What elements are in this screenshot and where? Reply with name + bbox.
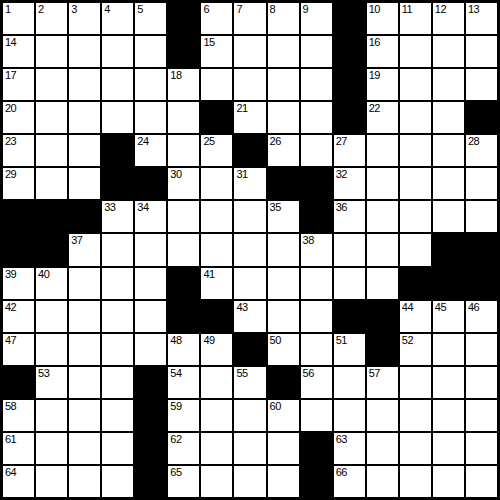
block-cell-r9-c13 xyxy=(400,268,431,299)
clue-number: 55 xyxy=(236,368,247,379)
cell-r9-c2[interactable]: 40 xyxy=(36,268,67,299)
cell-r3-c10[interactable] xyxy=(301,69,332,100)
clue-number: 10 xyxy=(369,4,380,15)
cell-r1-c12[interactable]: 10 xyxy=(367,3,398,34)
cell-r5-c12[interactable] xyxy=(367,135,398,166)
cell-r7-c5[interactable]: 34 xyxy=(135,201,166,232)
clue-number: 38 xyxy=(303,235,314,246)
clue-number: 39 xyxy=(5,269,16,280)
cell-r11-c2[interactable] xyxy=(36,334,67,365)
cell-r4-c5[interactable] xyxy=(135,102,166,133)
clue-number: 17 xyxy=(5,70,16,81)
block-cell-r12-c1 xyxy=(3,367,34,398)
clue-number: 58 xyxy=(5,401,16,412)
cell-r1-c9[interactable]: 8 xyxy=(268,3,299,34)
clue-number: 36 xyxy=(336,202,347,213)
clue-number: 24 xyxy=(137,136,148,147)
block-cell-r8-c1 xyxy=(3,234,34,265)
cell-r3-c9[interactable] xyxy=(268,69,299,100)
clue-number: 37 xyxy=(71,235,82,246)
block-cell-r11-c12 xyxy=(367,334,398,365)
block-cell-r7-c10 xyxy=(301,201,332,232)
clue-number: 63 xyxy=(336,434,347,445)
cell-r4-c2[interactable] xyxy=(36,102,67,133)
clue-number: 20 xyxy=(5,103,16,114)
clue-number: 15 xyxy=(203,37,214,48)
cell-r1-c2[interactable]: 2 xyxy=(36,3,67,34)
clue-number: 3 xyxy=(71,4,77,15)
clue-number: 21 xyxy=(236,103,247,114)
cell-r13-c8[interactable] xyxy=(234,400,265,431)
block-cell-r5-c8 xyxy=(234,135,265,166)
cell-r12-c10[interactable]: 56 xyxy=(301,367,332,398)
cell-r1-c10[interactable]: 9 xyxy=(301,3,332,34)
cell-r8-c5[interactable] xyxy=(135,234,166,265)
cell-r3-c12[interactable]: 19 xyxy=(367,69,398,100)
clue-number: 56 xyxy=(303,368,314,379)
clue-number: 48 xyxy=(170,335,181,346)
cell-r15-c13[interactable] xyxy=(400,466,431,497)
cell-r1-c13[interactable]: 11 xyxy=(400,3,431,34)
clue-number: 19 xyxy=(369,70,380,81)
clue-number: 65 xyxy=(170,467,181,478)
clue-number: 49 xyxy=(203,335,214,346)
cell-r7-c12[interactable] xyxy=(367,201,398,232)
cell-r7-c7[interactable] xyxy=(201,201,232,232)
cell-r15-c9[interactable] xyxy=(268,466,299,497)
block-cell-r4-c7 xyxy=(201,102,232,133)
cell-r2-c1[interactable]: 14 xyxy=(3,36,34,67)
cell-r4-c4[interactable] xyxy=(102,102,133,133)
cell-r10-c8[interactable]: 43 xyxy=(234,301,265,332)
clue-number: 41 xyxy=(203,269,214,280)
cell-r5-c9[interactable]: 26 xyxy=(268,135,299,166)
cell-r8-c7[interactable] xyxy=(201,234,232,265)
cell-r15-c2[interactable] xyxy=(36,466,67,497)
block-cell-r1-c11 xyxy=(334,3,365,34)
clue-number: 14 xyxy=(5,37,16,48)
clue-number: 25 xyxy=(203,136,214,147)
cell-r6-c13[interactable] xyxy=(400,168,431,199)
cell-r9-c12[interactable] xyxy=(367,268,398,299)
cell-r12-c11[interactable] xyxy=(334,367,365,398)
cell-r12-c8[interactable]: 55 xyxy=(234,367,265,398)
cell-r1-c8[interactable]: 7 xyxy=(234,3,265,34)
cell-r15-c3[interactable] xyxy=(69,466,100,497)
cell-r1-c7[interactable]: 6 xyxy=(201,3,232,34)
block-cell-r6-c9 xyxy=(268,168,299,199)
cell-r5-c5[interactable]: 24 xyxy=(135,135,166,166)
cell-r1-c4[interactable]: 4 xyxy=(102,3,133,34)
clue-number: 64 xyxy=(5,467,16,478)
cell-r4-c8[interactable]: 21 xyxy=(234,102,265,133)
cell-r3-c5[interactable] xyxy=(135,69,166,100)
clue-number: 29 xyxy=(5,169,16,180)
block-cell-r4-c15 xyxy=(466,102,497,133)
block-cell-r11-c8 xyxy=(234,334,265,365)
cell-r12-c14[interactable] xyxy=(433,367,464,398)
block-cell-r9-c15 xyxy=(466,268,497,299)
clue-number: 30 xyxy=(170,169,181,180)
cell-r8-c11[interactable] xyxy=(334,234,365,265)
cell-r11-c10[interactable] xyxy=(301,334,332,365)
cell-r13-c3[interactable] xyxy=(69,400,100,431)
clue-number: 26 xyxy=(270,136,281,147)
cell-r14-c9[interactable] xyxy=(268,433,299,464)
clue-number: 2 xyxy=(38,4,44,15)
cell-r1-c5[interactable]: 5 xyxy=(135,3,166,34)
cell-r11-c6[interactable]: 48 xyxy=(168,334,199,365)
cell-r2-c9[interactable] xyxy=(268,36,299,67)
cell-r3-c3[interactable] xyxy=(69,69,100,100)
cell-r11-c11[interactable]: 51 xyxy=(334,334,365,365)
cell-r6-c1[interactable]: 29 xyxy=(3,168,34,199)
cell-r11-c7[interactable]: 49 xyxy=(201,334,232,365)
cell-r12-c7[interactable] xyxy=(201,367,232,398)
cell-r9-c9[interactable] xyxy=(268,268,299,299)
cell-r10-c4[interactable] xyxy=(102,301,133,332)
clue-number: 9 xyxy=(303,4,309,15)
cell-r15-c1[interactable]: 64 xyxy=(3,466,34,497)
clue-number: 51 xyxy=(336,335,347,346)
cell-r14-c4[interactable] xyxy=(102,433,133,464)
cell-r10-c1[interactable]: 42 xyxy=(3,301,34,332)
cell-r12-c12[interactable]: 57 xyxy=(367,367,398,398)
cell-r15-c14[interactable] xyxy=(433,466,464,497)
block-cell-r6-c5 xyxy=(135,168,166,199)
cell-r13-c11[interactable] xyxy=(334,400,365,431)
cell-r14-c6[interactable]: 62 xyxy=(168,433,199,464)
block-cell-r12-c9 xyxy=(268,367,299,398)
cell-r6-c12[interactable] xyxy=(367,168,398,199)
clue-number: 53 xyxy=(38,368,49,379)
block-cell-r14-c10 xyxy=(301,433,332,464)
cell-r5-c2[interactable] xyxy=(36,135,67,166)
block-cell-r9-c6 xyxy=(168,268,199,299)
clue-number: 33 xyxy=(104,202,115,213)
cell-r4-c9[interactable] xyxy=(268,102,299,133)
cell-r4-c12[interactable]: 22 xyxy=(367,102,398,133)
cell-r4-c14[interactable] xyxy=(433,102,464,133)
clue-number: 5 xyxy=(137,4,143,15)
cell-r8-c12[interactable] xyxy=(367,234,398,265)
cell-r10-c10[interactable] xyxy=(301,301,332,332)
cell-r8-c13[interactable] xyxy=(400,234,431,265)
clue-number: 28 xyxy=(468,136,479,147)
block-cell-r10-c7 xyxy=(201,301,232,332)
cell-r2-c4[interactable] xyxy=(102,36,133,67)
cell-r14-c2[interactable] xyxy=(36,433,67,464)
cell-r2-c13[interactable] xyxy=(400,36,431,67)
clue-number: 6 xyxy=(203,4,209,15)
cell-r13-c1[interactable]: 58 xyxy=(3,400,34,431)
clue-number: 27 xyxy=(336,136,347,147)
cell-r9-c1[interactable]: 39 xyxy=(3,268,34,299)
cell-r8-c9[interactable] xyxy=(268,234,299,265)
cell-r12-c15[interactable] xyxy=(466,367,497,398)
clue-number: 50 xyxy=(270,335,281,346)
clue-number: 13 xyxy=(468,4,479,15)
cell-r14-c15[interactable] xyxy=(466,433,497,464)
clue-number: 31 xyxy=(236,169,247,180)
cell-r14-c13[interactable] xyxy=(400,433,431,464)
cell-r13-c13[interactable] xyxy=(400,400,431,431)
block-cell-r8-c2 xyxy=(36,234,67,265)
clue-number: 47 xyxy=(5,335,16,346)
cell-r14-c14[interactable] xyxy=(433,433,464,464)
cell-r3-c4[interactable] xyxy=(102,69,133,100)
block-cell-r15-c5 xyxy=(135,466,166,497)
clue-number: 22 xyxy=(369,103,380,114)
cell-r2-c5[interactable] xyxy=(135,36,166,67)
cell-r13-c4[interactable] xyxy=(102,400,133,431)
cell-r9-c8[interactable] xyxy=(234,268,265,299)
cell-r7-c4[interactable]: 33 xyxy=(102,201,133,232)
block-cell-r3-c11 xyxy=(334,69,365,100)
clue-number: 62 xyxy=(170,434,181,445)
cell-r10-c2[interactable] xyxy=(36,301,67,332)
block-cell-r7-c2 xyxy=(36,201,67,232)
clue-number: 40 xyxy=(38,269,49,280)
cell-r5-c7[interactable]: 25 xyxy=(201,135,232,166)
cell-r9-c5[interactable] xyxy=(135,268,166,299)
cell-r4-c10[interactable] xyxy=(301,102,332,133)
cell-r11-c5[interactable] xyxy=(135,334,166,365)
cell-r2-c2[interactable] xyxy=(36,36,67,67)
cell-r4-c6[interactable] xyxy=(168,102,199,133)
cell-r6-c14[interactable] xyxy=(433,168,464,199)
cell-r13-c2[interactable] xyxy=(36,400,67,431)
clue-number: 1 xyxy=(5,4,11,15)
block-cell-r6-c4 xyxy=(102,168,133,199)
cell-r12-c6[interactable]: 54 xyxy=(168,367,199,398)
clue-number: 7 xyxy=(236,4,242,15)
cell-r10-c14[interactable]: 45 xyxy=(433,301,464,332)
clue-number: 59 xyxy=(170,401,181,412)
clue-number: 43 xyxy=(236,302,247,313)
clue-number: 66 xyxy=(336,467,347,478)
cell-r10-c9[interactable] xyxy=(268,301,299,332)
cell-r8-c6[interactable] xyxy=(168,234,199,265)
cell-r6-c15[interactable] xyxy=(466,168,497,199)
clue-number: 54 xyxy=(170,368,181,379)
cell-r2-c7[interactable]: 15 xyxy=(201,36,232,67)
cell-r3-c15[interactable] xyxy=(466,69,497,100)
block-cell-r10-c12 xyxy=(367,301,398,332)
cell-r5-c3[interactable] xyxy=(69,135,100,166)
cell-r6-c11[interactable]: 32 xyxy=(334,168,365,199)
cell-r15-c12[interactable] xyxy=(367,466,398,497)
clue-number: 35 xyxy=(270,202,281,213)
cell-r12-c2[interactable]: 53 xyxy=(36,367,67,398)
cell-r3-c7[interactable] xyxy=(201,69,232,100)
cell-r11-c3[interactable] xyxy=(69,334,100,365)
cell-r11-c4[interactable] xyxy=(102,334,133,365)
cell-r14-c3[interactable] xyxy=(69,433,100,464)
cell-r9-c10[interactable] xyxy=(301,268,332,299)
clue-number: 60 xyxy=(270,401,281,412)
cell-r9-c7[interactable]: 41 xyxy=(201,268,232,299)
cell-r12-c13[interactable] xyxy=(400,367,431,398)
block-cell-r10-c11 xyxy=(334,301,365,332)
clue-number: 42 xyxy=(5,302,16,313)
cell-r15-c11[interactable]: 66 xyxy=(334,466,365,497)
cell-r9-c4[interactable] xyxy=(102,268,133,299)
cell-r3-c2[interactable] xyxy=(36,69,67,100)
cell-r7-c13[interactable] xyxy=(400,201,431,232)
cell-r5-c15[interactable]: 28 xyxy=(466,135,497,166)
cell-r13-c6[interactable]: 59 xyxy=(168,400,199,431)
block-cell-r10-c6 xyxy=(168,301,199,332)
cell-r3-c13[interactable] xyxy=(400,69,431,100)
cell-r1-c1[interactable]: 1 xyxy=(3,3,34,34)
clue-number: 32 xyxy=(336,169,347,180)
cell-r7-c9[interactable]: 35 xyxy=(268,201,299,232)
block-cell-r13-c5 xyxy=(135,400,166,431)
cell-r8-c4[interactable] xyxy=(102,234,133,265)
cell-r15-c7[interactable] xyxy=(201,466,232,497)
crossword-grid: 1234567891011121314151617181920212223242… xyxy=(0,0,500,500)
cell-r11-c14[interactable] xyxy=(433,334,464,365)
clue-number: 16 xyxy=(369,37,380,48)
cell-r7-c11[interactable]: 36 xyxy=(334,201,365,232)
block-cell-r4-c11 xyxy=(334,102,365,133)
cell-r2-c14[interactable] xyxy=(433,36,464,67)
cell-r13-c10[interactable] xyxy=(301,400,332,431)
cell-r4-c1[interactable]: 20 xyxy=(3,102,34,133)
cell-r4-c3[interactable] xyxy=(69,102,100,133)
clue-number: 23 xyxy=(5,136,16,147)
cell-r10-c13[interactable]: 44 xyxy=(400,301,431,332)
cell-r14-c11[interactable]: 63 xyxy=(334,433,365,464)
cell-r13-c9[interactable]: 60 xyxy=(268,400,299,431)
clue-number: 46 xyxy=(468,302,479,313)
cell-r5-c13[interactable] xyxy=(400,135,431,166)
cell-r7-c8[interactable] xyxy=(234,201,265,232)
cell-r7-c15[interactable] xyxy=(466,201,497,232)
cell-r5-c10[interactable] xyxy=(301,135,332,166)
cell-r12-c3[interactable] xyxy=(69,367,100,398)
cell-r2-c3[interactable] xyxy=(69,36,100,67)
cell-r10-c5[interactable] xyxy=(135,301,166,332)
block-cell-r8-c14 xyxy=(433,234,464,265)
cell-r1-c14[interactable]: 12 xyxy=(433,3,464,34)
cell-r2-c12[interactable]: 16 xyxy=(367,36,398,67)
cell-r3-c1[interactable]: 17 xyxy=(3,69,34,100)
cell-r14-c7[interactable] xyxy=(201,433,232,464)
cell-r1-c3[interactable]: 3 xyxy=(69,3,100,34)
clue-number: 12 xyxy=(435,4,446,15)
cell-r15-c6[interactable]: 65 xyxy=(168,466,199,497)
cell-r5-c6[interactable] xyxy=(168,135,199,166)
cell-r6-c3[interactable] xyxy=(69,168,100,199)
cell-r5-c1[interactable]: 23 xyxy=(3,135,34,166)
block-cell-r12-c5 xyxy=(135,367,166,398)
cell-r8-c8[interactable] xyxy=(234,234,265,265)
cell-r14-c8[interactable] xyxy=(234,433,265,464)
cell-r2-c8[interactable] xyxy=(234,36,265,67)
cell-r9-c3[interactable] xyxy=(69,268,100,299)
cell-r3-c14[interactable] xyxy=(433,69,464,100)
cell-r4-c13[interactable] xyxy=(400,102,431,133)
cell-r14-c12[interactable] xyxy=(367,433,398,464)
clue-number: 8 xyxy=(270,4,276,15)
clue-number: 57 xyxy=(369,368,380,379)
cell-r7-c14[interactable] xyxy=(433,201,464,232)
clue-number: 52 xyxy=(402,335,413,346)
block-cell-r5-c4 xyxy=(102,135,133,166)
block-cell-r14-c5 xyxy=(135,433,166,464)
cell-r15-c15[interactable] xyxy=(466,466,497,497)
cell-r5-c11[interactable]: 27 xyxy=(334,135,365,166)
cell-r5-c14[interactable] xyxy=(433,135,464,166)
cell-r6-c7[interactable] xyxy=(201,168,232,199)
cell-r1-c15[interactable]: 13 xyxy=(466,3,497,34)
block-cell-r2-c11 xyxy=(334,36,365,67)
cell-r3-c6[interactable]: 18 xyxy=(168,69,199,100)
cell-r6-c2[interactable] xyxy=(36,168,67,199)
cell-r11-c15[interactable] xyxy=(466,334,497,365)
cell-r3-c8[interactable] xyxy=(234,69,265,100)
block-cell-r15-c10 xyxy=(301,466,332,497)
cell-r12-c4[interactable] xyxy=(102,367,133,398)
clue-number: 18 xyxy=(170,70,181,81)
cell-r11-c9[interactable]: 50 xyxy=(268,334,299,365)
block-cell-r8-c15 xyxy=(466,234,497,265)
cell-r10-c3[interactable] xyxy=(69,301,100,332)
cell-r13-c7[interactable] xyxy=(201,400,232,431)
cell-r2-c15[interactable] xyxy=(466,36,497,67)
cell-r6-c6[interactable]: 30 xyxy=(168,168,199,199)
clue-number: 34 xyxy=(137,202,148,213)
cell-r8-c3[interactable]: 37 xyxy=(69,234,100,265)
cell-r7-c6[interactable] xyxy=(168,201,199,232)
cell-r10-c15[interactable]: 46 xyxy=(466,301,497,332)
block-cell-r6-c10 xyxy=(301,168,332,199)
clue-number: 45 xyxy=(435,302,446,313)
block-cell-r1-c6 xyxy=(168,3,199,34)
cell-r14-c1[interactable]: 61 xyxy=(3,433,34,464)
block-cell-r2-c6 xyxy=(168,36,199,67)
cell-r15-c8[interactable] xyxy=(234,466,265,497)
cell-r11-c13[interactable]: 52 xyxy=(400,334,431,365)
cell-r6-c8[interactable]: 31 xyxy=(234,168,265,199)
cell-r9-c11[interactable] xyxy=(334,268,365,299)
clue-number: 61 xyxy=(5,434,16,445)
cell-r8-c10[interactable]: 38 xyxy=(301,234,332,265)
cell-r13-c14[interactable] xyxy=(433,400,464,431)
clue-number: 44 xyxy=(402,302,413,313)
block-cell-r7-c3 xyxy=(69,201,100,232)
cell-r13-c12[interactable] xyxy=(367,400,398,431)
cell-r13-c15[interactable] xyxy=(466,400,497,431)
clue-number: 11 xyxy=(402,4,412,15)
block-cell-r7-c1 xyxy=(3,201,34,232)
cell-r2-c10[interactable] xyxy=(301,36,332,67)
cell-r15-c4[interactable] xyxy=(102,466,133,497)
clue-number: 4 xyxy=(104,4,110,15)
cell-r11-c1[interactable]: 47 xyxy=(3,334,34,365)
block-cell-r9-c14 xyxy=(433,268,464,299)
